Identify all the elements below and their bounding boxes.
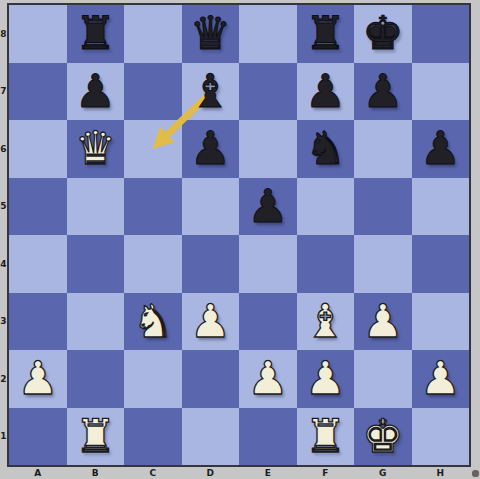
square-a3[interactable] (9, 293, 67, 351)
square-c5[interactable] (124, 178, 182, 236)
file-labels: ABCDEFGH (9, 466, 469, 479)
square-d1[interactable] (182, 408, 240, 466)
square-d6[interactable]: ♟ (182, 120, 240, 178)
square-c1[interactable] (124, 408, 182, 466)
piece-black-rook[interactable]: ♜ (305, 5, 346, 62)
piece-white-pawn[interactable]: ♟ (190, 293, 231, 350)
square-f5[interactable] (297, 178, 355, 236)
square-b7[interactable]: ♟ (67, 63, 125, 121)
square-f4[interactable] (297, 235, 355, 293)
piece-black-rook[interactable]: ♜ (75, 5, 116, 62)
piece-black-pawn[interactable]: ♟ (75, 63, 116, 120)
square-e2[interactable]: ♟ (239, 350, 297, 408)
square-b3[interactable] (67, 293, 125, 351)
rank-label-6: 6 (0, 120, 7, 178)
board: ♜♛♜♚♟♝♟♟♛♟♞♟♟♞♟♝♟♟♟♟♟♜♜♚ (7, 3, 471, 467)
piece-black-knight[interactable]: ♞ (305, 120, 346, 177)
piece-white-pawn[interactable]: ♟ (305, 350, 346, 407)
square-f7[interactable]: ♟ (297, 63, 355, 121)
piece-white-rook[interactable]: ♜ (305, 408, 346, 465)
rank-label-5: 5 (0, 178, 7, 236)
square-c4[interactable] (124, 235, 182, 293)
file-label-c: C (124, 466, 182, 479)
piece-white-pawn[interactable]: ♟ (17, 350, 58, 407)
square-e6[interactable] (239, 120, 297, 178)
square-g6[interactable] (354, 120, 412, 178)
square-c8[interactable] (124, 5, 182, 63)
square-f3[interactable]: ♝ (297, 293, 355, 351)
square-h8[interactable] (412, 5, 470, 63)
square-e8[interactable] (239, 5, 297, 63)
square-a8[interactable] (9, 5, 67, 63)
square-e3[interactable] (239, 293, 297, 351)
file-label-a: A (9, 466, 67, 479)
piece-black-pawn[interactable]: ♟ (305, 63, 346, 120)
piece-black-pawn[interactable]: ♟ (190, 120, 231, 177)
square-g4[interactable] (354, 235, 412, 293)
square-b4[interactable] (67, 235, 125, 293)
piece-white-rook[interactable]: ♜ (75, 408, 116, 465)
piece-black-queen[interactable]: ♛ (190, 5, 231, 62)
file-label-e: E (239, 466, 297, 479)
piece-white-pawn[interactable]: ♟ (362, 293, 403, 350)
square-g8[interactable]: ♚ (354, 5, 412, 63)
square-d5[interactable] (182, 178, 240, 236)
file-label-d: D (182, 466, 240, 479)
rank-label-1: 1 (0, 408, 7, 466)
piece-black-pawn[interactable]: ♟ (247, 178, 288, 235)
square-d4[interactable] (182, 235, 240, 293)
board-frame: 87654321 ♜♛♜♚♟♝♟♟♛♟♞♟♟♞♟♝♟♟♟♟♟♜♜♚ ABCDEF… (0, 0, 480, 479)
square-g7[interactable]: ♟ (354, 63, 412, 121)
square-c7[interactable] (124, 63, 182, 121)
rank-label-3: 3 (0, 293, 7, 351)
square-a5[interactable] (9, 178, 67, 236)
square-b8[interactable]: ♜ (67, 5, 125, 63)
piece-black-king[interactable]: ♚ (362, 5, 403, 62)
square-e7[interactable] (239, 63, 297, 121)
square-h2[interactable]: ♟ (412, 350, 470, 408)
file-label-h: H (412, 466, 470, 479)
square-f6[interactable]: ♞ (297, 120, 355, 178)
square-b6[interactable]: ♛ (67, 120, 125, 178)
piece-black-bishop[interactable]: ♝ (190, 63, 231, 120)
square-d3[interactable]: ♟ (182, 293, 240, 351)
square-d8[interactable]: ♛ (182, 5, 240, 63)
piece-white-pawn[interactable]: ♟ (420, 350, 461, 407)
square-f1[interactable]: ♜ (297, 408, 355, 466)
rank-label-2: 2 (0, 350, 7, 408)
square-f8[interactable]: ♜ (297, 5, 355, 63)
square-a6[interactable] (9, 120, 67, 178)
piece-white-queen[interactable]: ♛ (75, 120, 116, 177)
square-a4[interactable] (9, 235, 67, 293)
piece-white-pawn[interactable]: ♟ (247, 350, 288, 407)
square-g1[interactable]: ♚ (354, 408, 412, 466)
square-e1[interactable] (239, 408, 297, 466)
square-b5[interactable] (67, 178, 125, 236)
square-d2[interactable] (182, 350, 240, 408)
square-h5[interactable] (412, 178, 470, 236)
square-e5[interactable]: ♟ (239, 178, 297, 236)
square-h6[interactable]: ♟ (412, 120, 470, 178)
piece-white-knight[interactable]: ♞ (132, 293, 173, 350)
rank-labels: 87654321 (0, 5, 7, 465)
square-e4[interactable] (239, 235, 297, 293)
piece-white-bishop[interactable]: ♝ (305, 293, 346, 350)
rank-label-4: 4 (0, 235, 7, 293)
square-b2[interactable] (67, 350, 125, 408)
square-c2[interactable] (124, 350, 182, 408)
square-g5[interactable] (354, 178, 412, 236)
square-g2[interactable] (354, 350, 412, 408)
rank-label-8: 8 (0, 5, 7, 63)
file-label-g: G (354, 466, 412, 479)
corner-dot-icon (472, 470, 479, 477)
square-d7[interactable]: ♝ (182, 63, 240, 121)
square-a2[interactable]: ♟ (9, 350, 67, 408)
rank-label-7: 7 (0, 63, 7, 121)
square-h7[interactable] (412, 63, 470, 121)
square-f2[interactable]: ♟ (297, 350, 355, 408)
square-a1[interactable] (9, 408, 67, 466)
file-label-f: F (297, 466, 355, 479)
piece-white-king[interactable]: ♚ (362, 408, 403, 465)
square-g3[interactable]: ♟ (354, 293, 412, 351)
square-c3[interactable]: ♞ (124, 293, 182, 351)
square-h1[interactable] (412, 408, 470, 466)
square-a7[interactable] (9, 63, 67, 121)
piece-black-pawn[interactable]: ♟ (420, 120, 461, 177)
piece-black-pawn[interactable]: ♟ (362, 63, 403, 120)
square-h4[interactable] (412, 235, 470, 293)
square-h3[interactable] (412, 293, 470, 351)
square-b1[interactable]: ♜ (67, 408, 125, 466)
square-c6[interactable] (124, 120, 182, 178)
file-label-b: B (67, 466, 125, 479)
